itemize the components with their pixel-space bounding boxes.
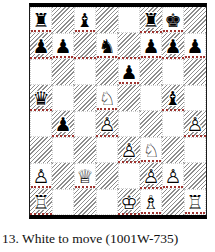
square-b2 — [52, 163, 74, 189]
piece-white-pawn: ♟♙ — [163, 164, 183, 188]
square-d7: ♞♞ — [96, 33, 118, 59]
square-c7 — [74, 33, 96, 59]
square-b5 — [52, 85, 74, 111]
square-g2: ♟♙ — [162, 163, 184, 189]
chess-board: ♜♜♝♝♜♜♚♚♟♟♟♟♞♞♟♟♟♟♟♟♟♟♛♛♞♘♝♝♟♟♟♙♟♙♟♙♞♘♟♙… — [29, 3, 207, 219]
square-a5: ♛♛ — [30, 85, 52, 111]
square-f7: ♟♟ — [140, 33, 162, 59]
square-g7: ♟♟ — [162, 33, 184, 59]
piece-black-pawn: ♟♟ — [162, 33, 184, 59]
piece-white-pawn: ♟♙ — [96, 111, 118, 137]
piece-black-pawn: ♟♟ — [53, 34, 73, 58]
square-e1: ♚♔ — [118, 189, 140, 215]
piece-black-bishop: ♝♝ — [162, 85, 184, 111]
square-a6 — [30, 59, 52, 85]
square-g1 — [162, 189, 184, 215]
square-c1 — [74, 189, 96, 215]
piece-white-pawn: ♟♙ — [31, 164, 51, 188]
square-f3: ♞♘ — [140, 137, 162, 163]
square-g5: ♝♝ — [162, 85, 184, 111]
piece-white-rook: ♜♖ — [30, 189, 52, 215]
square-d5: ♞♘ — [96, 85, 118, 111]
piece-white-king: ♚♔ — [118, 189, 140, 215]
square-a4 — [30, 111, 52, 137]
square-h6 — [184, 59, 206, 85]
square-d1 — [96, 189, 118, 215]
square-b7: ♟♟ — [52, 33, 74, 59]
piece-black-queen: ♛♛ — [30, 85, 52, 111]
square-a1: ♜♖ — [30, 189, 52, 215]
piece-white-bishop: ♝♗ — [141, 190, 161, 214]
square-d4: ♟♙ — [96, 111, 118, 137]
piece-white-pawn: ♟♙ — [118, 137, 140, 163]
square-g3 — [162, 137, 184, 163]
caption: 13. White to move (1001W-735) — [2, 231, 212, 247]
square-a7: ♟♟ — [30, 33, 52, 59]
piece-black-pawn: ♟♟ — [141, 34, 161, 58]
piece-black-pawn: ♟♟ — [52, 111, 74, 137]
square-e8 — [118, 7, 140, 33]
piece-black-pawn: ♟♟ — [119, 60, 139, 84]
square-e4 — [118, 111, 140, 137]
chess-diagram: ♜♜♝♝♜♜♚♚♟♟♟♟♞♞♟♟♟♟♟♟♟♟♛♛♞♘♝♝♟♟♟♙♟♙♟♙♞♘♟♙… — [0, 0, 215, 252]
square-f2: ♟♙ — [140, 163, 162, 189]
square-b8 — [52, 7, 74, 33]
piece-black-pawn: ♟♟ — [30, 33, 52, 59]
square-h8 — [184, 7, 206, 33]
piece-white-knight: ♞♘ — [141, 138, 161, 162]
piece-black-pawn: ♟♟ — [185, 34, 205, 58]
square-f6 — [140, 59, 162, 85]
square-f8: ♜♜ — [140, 7, 162, 33]
piece-white-knight: ♞♘ — [97, 86, 117, 110]
square-d2 — [96, 163, 118, 189]
square-f1: ♝♗ — [140, 189, 162, 215]
square-f5 — [140, 85, 162, 111]
piece-white-pawn: ♟♙ — [140, 163, 162, 189]
piece-black-bishop: ♝♝ — [75, 8, 95, 32]
square-c3 — [74, 137, 96, 163]
square-d3 — [96, 137, 118, 163]
square-h1: ♜♖ — [184, 189, 206, 215]
square-e2 — [118, 163, 140, 189]
square-c4 — [74, 111, 96, 137]
square-a8: ♜♜ — [30, 7, 52, 33]
square-h4: ♟♙ — [184, 111, 206, 137]
square-b1 — [52, 189, 74, 215]
square-h2 — [184, 163, 206, 189]
square-e7 — [118, 33, 140, 59]
square-a3 — [30, 137, 52, 163]
square-h7: ♟♟ — [184, 33, 206, 59]
piece-black-rook: ♜♜ — [140, 7, 162, 33]
square-c6 — [74, 59, 96, 85]
square-g6 — [162, 59, 184, 85]
square-e6: ♟♟ — [118, 59, 140, 85]
square-b6 — [52, 59, 74, 85]
square-b3 — [52, 137, 74, 163]
square-d6 — [96, 59, 118, 85]
piece-black-king: ♚♚ — [163, 8, 183, 32]
square-e3: ♟♙ — [118, 137, 140, 163]
piece-white-queen: ♛♕ — [75, 164, 95, 188]
piece-white-pawn: ♟♙ — [184, 111, 206, 137]
square-g8: ♚♚ — [162, 7, 184, 33]
square-c2: ♛♕ — [74, 163, 96, 189]
square-d8 — [96, 7, 118, 33]
square-c5 — [74, 85, 96, 111]
square-e5 — [118, 85, 140, 111]
piece-black-rook: ♜♜ — [31, 8, 51, 32]
piece-white-rook: ♜♖ — [185, 190, 205, 214]
square-h3 — [184, 137, 206, 163]
piece-black-knight: ♞♞ — [97, 34, 117, 58]
square-h5 — [184, 85, 206, 111]
square-c8: ♝♝ — [74, 7, 96, 33]
square-b4: ♟♟ — [52, 111, 74, 137]
square-a2: ♟♙ — [30, 163, 52, 189]
square-g4 — [162, 111, 184, 137]
square-f4 — [140, 111, 162, 137]
